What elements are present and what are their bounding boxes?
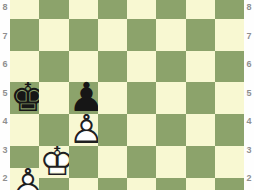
square-b5[interactable]	[39, 82, 68, 114]
square-c3[interactable]	[69, 146, 98, 178]
square-h3[interactable]	[215, 146, 244, 178]
square-f6[interactable]	[156, 51, 185, 83]
square-g5[interactable]	[186, 82, 215, 114]
rank-coordinates-left: 8765432	[0, 0, 10, 190]
square-e8[interactable]	[127, 0, 156, 19]
rank-label-left-7: 7	[0, 32, 10, 41]
square-b4[interactable]	[39, 114, 68, 146]
square-a6[interactable]	[10, 51, 39, 83]
rank-label-right-7: 7	[244, 32, 254, 41]
square-f8[interactable]	[156, 0, 185, 19]
rank-label-right-4: 4	[244, 117, 254, 126]
chess-board: ♚♟♟♙♚♔♟♙	[10, 0, 244, 190]
square-b3[interactable]: ♚♔	[39, 146, 68, 178]
square-d4[interactable]	[98, 114, 127, 146]
square-e3[interactable]	[127, 146, 156, 178]
square-g8[interactable]	[186, 0, 215, 19]
white-pawn-c4[interactable]: ♟♙	[69, 114, 98, 146]
square-e5[interactable]	[127, 82, 156, 114]
square-d7[interactable]	[98, 19, 127, 51]
square-h8[interactable]	[215, 0, 244, 19]
square-c7[interactable]	[69, 19, 98, 51]
square-a5[interactable]: ♚	[10, 82, 39, 114]
square-h6[interactable]	[215, 51, 244, 83]
square-d5[interactable]	[98, 82, 127, 114]
rank-label-left-5: 5	[0, 89, 10, 98]
rank-label-right-3: 3	[244, 146, 254, 155]
square-e4[interactable]	[127, 114, 156, 146]
square-h4[interactable]	[215, 114, 244, 146]
square-b7[interactable]	[39, 19, 68, 51]
square-d2[interactable]	[98, 178, 127, 190]
square-f5[interactable]	[156, 82, 185, 114]
white-pawn-a2[interactable]: ♟♙	[10, 168, 39, 190]
square-c8[interactable]	[69, 0, 98, 19]
square-e6[interactable]	[127, 51, 156, 83]
chess-board-screenshot: ♚♟♟♙♚♔♟♙ 8765432 8765432	[0, 0, 254, 190]
square-c2[interactable]	[69, 178, 98, 190]
white-king-b3[interactable]: ♚♔	[39, 146, 68, 178]
square-b2[interactable]	[39, 178, 68, 190]
white-king-fill-glyph: ♚	[39, 146, 68, 178]
rank-label-left-3: 3	[0, 146, 10, 155]
square-d8[interactable]	[98, 0, 127, 19]
square-h2[interactable]	[215, 178, 244, 190]
rank-label-right-8: 8	[244, 3, 254, 12]
square-g2[interactable]	[186, 178, 215, 190]
black-king-fill-glyph: ♚	[10, 82, 39, 114]
square-f2[interactable]	[156, 178, 185, 190]
rank-label-right-5: 5	[244, 89, 254, 98]
square-f7[interactable]	[156, 19, 185, 51]
rank-label-right-2: 2	[244, 174, 254, 183]
square-a7[interactable]	[10, 19, 39, 51]
rank-label-left-6: 6	[0, 60, 10, 69]
square-c4[interactable]: ♟♙	[69, 114, 98, 146]
square-g7[interactable]	[186, 19, 215, 51]
white-king-outline-glyph: ♔	[39, 146, 68, 178]
square-c6[interactable]	[69, 51, 98, 83]
square-a2[interactable]: ♟♙	[10, 168, 39, 190]
square-h7[interactable]	[215, 19, 244, 51]
square-d3[interactable]	[98, 146, 127, 178]
square-e7[interactable]	[127, 19, 156, 51]
square-h5[interactable]	[215, 82, 244, 114]
square-a4[interactable]	[10, 114, 39, 146]
white-pawn-outline-glyph: ♙	[10, 168, 39, 190]
rank-label-left-2: 2	[0, 174, 10, 183]
white-pawn-fill-glyph: ♟	[10, 168, 39, 190]
square-g4[interactable]	[186, 114, 215, 146]
square-e2[interactable]	[127, 178, 156, 190]
square-f3[interactable]	[156, 146, 185, 178]
square-b6[interactable]	[39, 51, 68, 83]
square-a8[interactable]	[10, 0, 39, 19]
square-g6[interactable]	[186, 51, 215, 83]
square-c5[interactable]: ♟	[69, 82, 98, 114]
rank-label-right-6: 6	[244, 60, 254, 69]
square-b8[interactable]	[39, 0, 68, 19]
square-f4[interactable]	[156, 114, 185, 146]
white-pawn-outline-glyph: ♙	[69, 114, 98, 146]
square-d6[interactable]	[98, 51, 127, 83]
black-king-a5[interactable]: ♚	[10, 82, 39, 114]
white-pawn-fill-glyph: ♟	[69, 114, 98, 146]
rank-label-left-8: 8	[0, 3, 10, 12]
square-g3[interactable]	[186, 146, 215, 178]
rank-coordinates-right: 8765432	[244, 0, 254, 190]
rank-label-left-4: 4	[0, 117, 10, 126]
black-pawn-fill-glyph: ♟	[69, 82, 98, 114]
black-pawn-c5[interactable]: ♟	[69, 82, 98, 114]
